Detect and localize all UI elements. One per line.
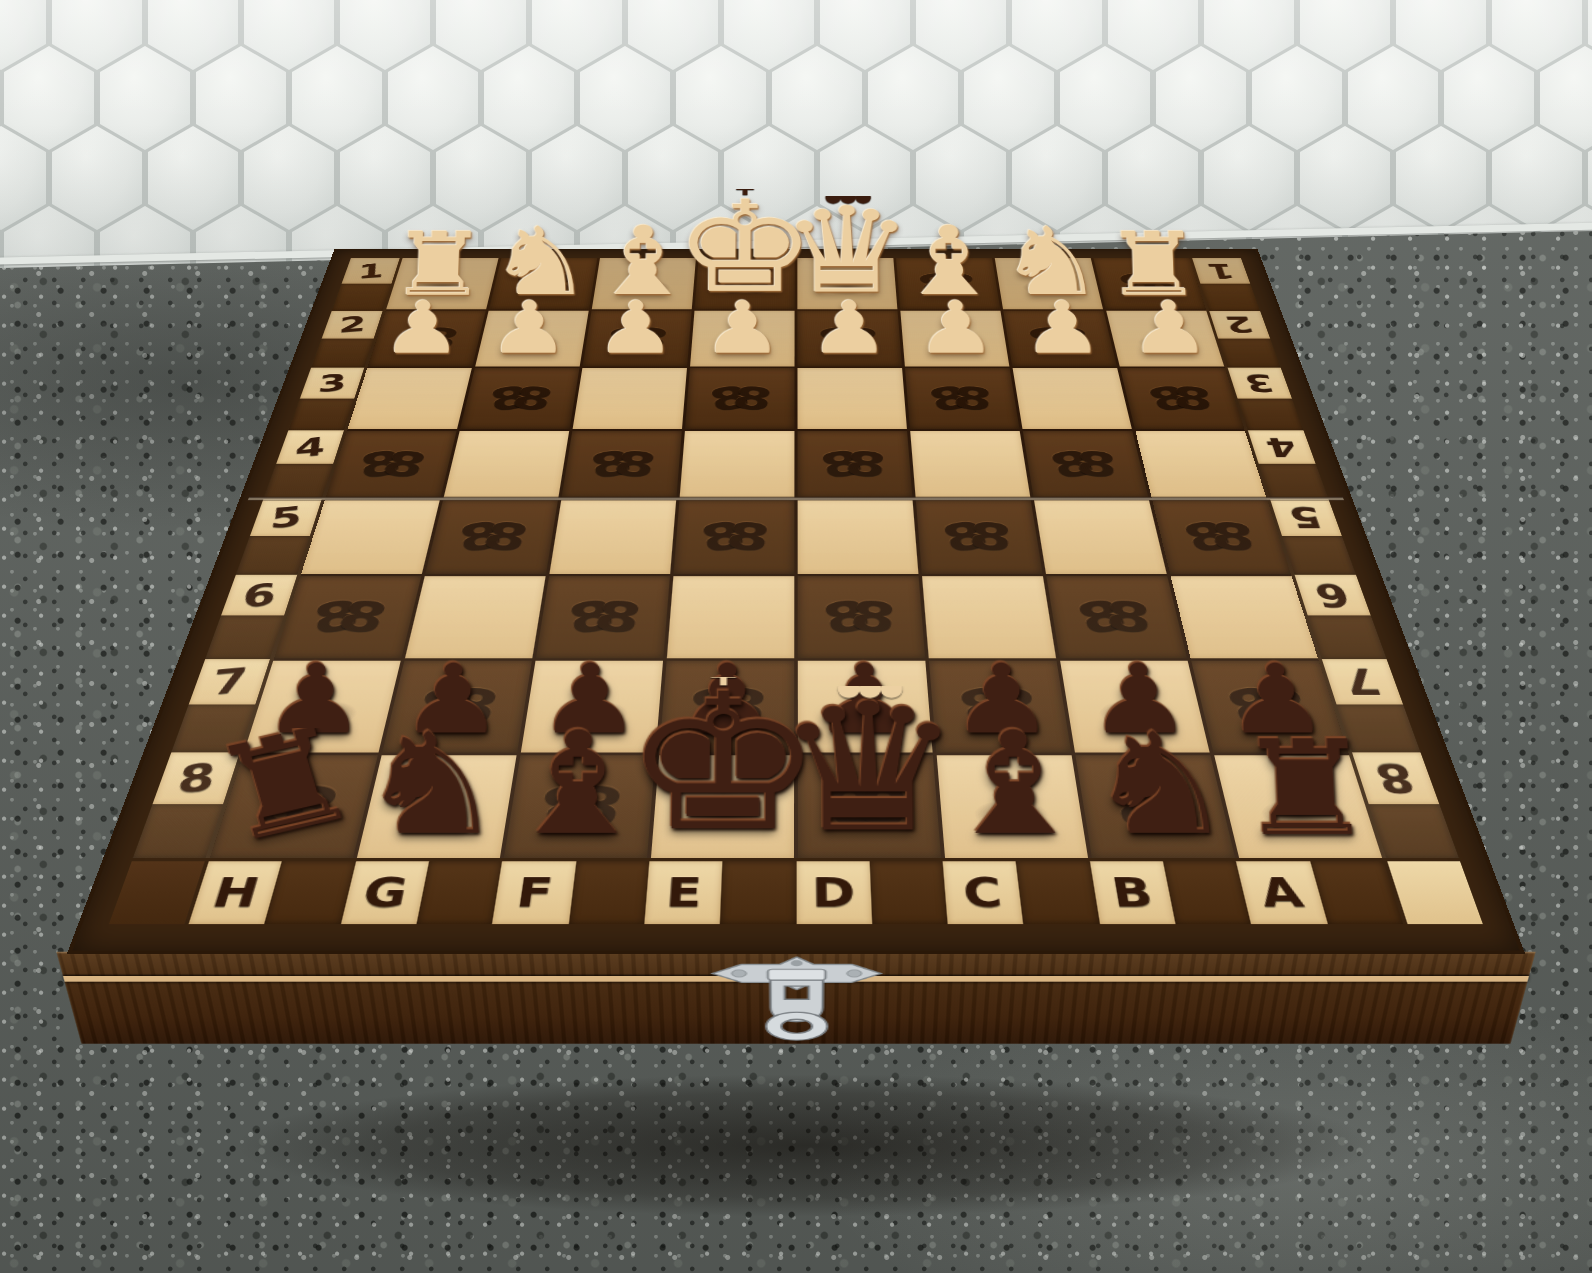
box-front-face — [56, 952, 1535, 1044]
border-cell — [568, 861, 649, 924]
border-cell — [1218, 339, 1281, 368]
finial-cross-icon: ✚ — [735, 179, 755, 198]
border-cell — [720, 861, 796, 924]
finial-balls-icon: ●●● — [836, 675, 900, 699]
square-f4[interactable]: 88 — [562, 431, 682, 498]
square-d2[interactable]: 88♟ — [797, 311, 902, 367]
rank-label-cell: 2 — [322, 311, 383, 339]
square-g2[interactable]: ♟ — [475, 311, 589, 367]
square-e8[interactable]: ♚✚ — [651, 755, 794, 858]
border-cell — [1369, 804, 1459, 858]
rank-label-cell: 7 — [1322, 659, 1403, 705]
square-g4[interactable] — [444, 431, 570, 498]
rank-label-cell: 2 — [1209, 311, 1270, 339]
quatrefoil-motif-icon: 88 — [562, 431, 682, 498]
square-a5[interactable]: 88 — [1152, 500, 1291, 574]
border-cell — [1282, 536, 1356, 575]
piece-white-pawn[interactable]: ♟ — [1128, 296, 1211, 362]
file-label-cell: B — [1090, 861, 1176, 924]
piece-white-pawn[interactable]: ♟ — [915, 296, 997, 362]
chess-board[interactable]: 12345678 ♜88♞♝88♚✚♛●●●88♝♞88♜88♟♟88♟♟88♟… — [67, 249, 1525, 954]
white-pawn-glyph: ♟ — [488, 296, 570, 362]
square-f3[interactable] — [573, 368, 687, 429]
square-f2[interactable]: 88♟ — [583, 311, 692, 367]
file-label: D — [811, 872, 855, 913]
file-label: H — [208, 872, 264, 913]
square-h8[interactable]: 88♜ — [210, 755, 378, 858]
border-cell — [236, 536, 310, 575]
squares-grid[interactable]: ♜88♞♝88♚✚♛●●●88♝♞88♜88♟♟88♟♟88♟♟88♟♟8888… — [210, 258, 1382, 858]
rank-label: 7 — [1339, 664, 1385, 698]
playing-area: 12345678 ♜88♞♝88♚✚♛●●●88♝♞88♜88♟♟88♟♟88♟… — [133, 258, 1459, 858]
border-cell — [288, 398, 354, 430]
square-b2[interactable]: 88♟ — [1003, 311, 1117, 367]
border-cell — [263, 464, 333, 499]
border-cell — [1016, 861, 1100, 924]
file-label: A — [1256, 872, 1307, 913]
quatrefoil-motif-icon: 88 — [460, 368, 579, 429]
rank-label: 2 — [1223, 314, 1257, 335]
file-label-cell: F — [492, 861, 576, 924]
box-cast-shadow — [46, 1060, 1566, 1250]
square-b3[interactable] — [1013, 368, 1132, 429]
rank-label-cell: 5 — [250, 499, 322, 536]
square-e4[interactable] — [680, 431, 795, 498]
border-cell — [416, 861, 502, 924]
border-corner-left — [109, 861, 205, 924]
rank-label: 4 — [1263, 434, 1301, 459]
border-corner-right — [1387, 861, 1483, 924]
rank-label: 4 — [294, 433, 326, 460]
square-c3[interactable]: 88 — [905, 368, 1019, 429]
border-cell — [133, 804, 223, 858]
rank-label-cell: 3 — [300, 368, 364, 399]
rank-label: 1 — [357, 260, 384, 281]
file-label-cell: G — [340, 861, 429, 924]
file-label-cell: E — [644, 861, 722, 924]
rank-label: 5 — [1286, 504, 1326, 532]
piece-white-pawn[interactable]: ♟ — [702, 296, 783, 362]
rank-label: 1 — [1205, 261, 1237, 280]
square-f5[interactable] — [549, 500, 676, 574]
file-labels: HGFEDCBA — [189, 861, 1404, 924]
rank-label: 6 — [1311, 580, 1354, 611]
square-c2[interactable]: ♟ — [900, 311, 1009, 367]
latch-icon — [674, 955, 918, 1047]
white-pawn-glyph: ♟ — [702, 296, 783, 362]
rank-label: 7 — [210, 663, 250, 700]
white-pawn-glyph: ♟ — [1128, 296, 1211, 362]
border-cell — [1310, 861, 1404, 924]
square-d3[interactable] — [797, 368, 906, 429]
file-label: G — [359, 872, 411, 913]
rank-label: 6 — [241, 579, 278, 612]
rank-label: 3 — [317, 371, 348, 396]
quatrefoil-motif-icon: 88 — [1152, 500, 1291, 574]
rank-label: 8 — [175, 757, 218, 799]
file-label: C — [962, 872, 1004, 913]
file-labels-row: HGFEDCBA — [109, 861, 1483, 924]
file-label: F — [514, 872, 556, 913]
quatrefoil-motif-icon: 88 — [425, 500, 558, 574]
border-cell — [1163, 861, 1252, 924]
file-label-cell: D — [796, 861, 872, 924]
border-cell — [1200, 284, 1260, 311]
rank-label-cell: 7 — [189, 659, 270, 705]
square-g5[interactable]: 88 — [425, 500, 558, 574]
piece-white-pawn[interactable]: ♟ — [488, 296, 570, 362]
rank-label: 2 — [338, 313, 367, 336]
rank-label: 5 — [269, 502, 303, 532]
square-g8[interactable]: ♞ — [357, 755, 517, 858]
square-b4[interactable]: 88 — [1023, 431, 1149, 498]
quatrefoil-motif-icon: 88 — [1120, 368, 1244, 429]
rank-label-cell: 6 — [1295, 575, 1371, 616]
quatrefoil-motif-icon: 88 — [674, 500, 795, 574]
file-label: B — [1109, 872, 1156, 913]
square-e5[interactable]: 88 — [674, 500, 795, 574]
file-label-cell: H — [189, 861, 283, 924]
square-a2[interactable]: ♟ — [1106, 311, 1224, 367]
rank-label-cell: 3 — [1228, 368, 1292, 399]
square-h2[interactable]: 88♟ — [368, 311, 486, 367]
border-cell — [1237, 398, 1303, 430]
black-rook-glyph: ♜ — [1233, 729, 1380, 850]
border-cell — [869, 861, 947, 924]
rank-label-cell: 6 — [221, 575, 297, 616]
square-a8[interactable]: ♜ — [1214, 755, 1382, 858]
border-cell — [1259, 464, 1329, 499]
square-a4[interactable] — [1135, 431, 1266, 498]
file-label: E — [665, 872, 703, 913]
border-cell — [264, 861, 355, 924]
chess-box: 12345678 ♜88♞♝88♚✚♛●●●88♝♞88♜88♟♟88♟♟88♟… — [283, 0, 1310, 954]
square-c5[interactable]: 88 — [916, 500, 1043, 574]
quatrefoil-motif-icon: 88 — [326, 431, 457, 498]
square-g3[interactable]: 88 — [460, 368, 579, 429]
square-e2[interactable]: ♟ — [690, 311, 795, 367]
file-label-cell: C — [943, 861, 1024, 924]
rank-label-cell: 4 — [1248, 430, 1316, 464]
border-cell — [311, 339, 374, 368]
piece-black-knight[interactable]: ♞ — [354, 721, 509, 850]
rank-label-cell: 5 — [1270, 499, 1342, 536]
quatrefoil-motif-icon: 88 — [685, 368, 794, 429]
square-h3[interactable] — [348, 368, 472, 429]
board-perspective: 12345678 ♜88♞♝88♚✚♛●●●88♝♞88♜88♟♟88♟♟88♟… — [67, 249, 1525, 954]
square-b5[interactable] — [1034, 500, 1167, 574]
quatrefoil-motif-icon: 88 — [905, 368, 1019, 429]
finial-balls-icon: ●●● — [824, 188, 869, 204]
black-knight-glyph: ♞ — [354, 721, 509, 850]
quatrefoil-motif-icon: 88 — [1023, 431, 1149, 498]
quatrefoil-motif-icon: 88 — [916, 500, 1043, 574]
file-label-cell: A — [1236, 861, 1327, 924]
square-h5[interactable] — [301, 500, 440, 574]
rank-label: 3 — [1242, 371, 1278, 394]
square-a3[interactable]: 88 — [1120, 368, 1244, 429]
square-d4[interactable]: 88 — [798, 431, 913, 498]
piece-black-rook[interactable]: ♜ — [1233, 729, 1380, 850]
square-c4[interactable] — [910, 431, 1030, 498]
square-e3[interactable]: 88 — [685, 368, 794, 429]
square-b8[interactable]: 88♞ — [1075, 755, 1235, 858]
rank-label: 8 — [1371, 759, 1420, 797]
quatrefoil-motif-icon: 88 — [798, 431, 913, 498]
square-h4[interactable]: 88 — [326, 431, 457, 498]
white-pawn-glyph: ♟ — [915, 296, 997, 362]
rank-label-cell: 4 — [276, 430, 344, 464]
square-d5[interactable] — [798, 500, 919, 574]
